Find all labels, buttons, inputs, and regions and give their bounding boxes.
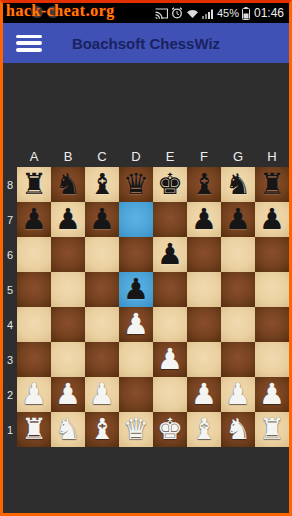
square-a7[interactable]: ♟ (17, 202, 51, 237)
square-g7[interactable]: ♟ (221, 202, 255, 237)
page-title: Boachsoft ChessWiz (3, 35, 289, 52)
square-b4[interactable] (51, 307, 85, 342)
square-f4[interactable] (187, 307, 221, 342)
square-f6[interactable] (187, 237, 221, 272)
square-b1[interactable]: ♞ (51, 412, 85, 447)
piece-wN: ♞ (55, 415, 81, 444)
square-a8[interactable]: ♜ (17, 167, 51, 202)
square-f3[interactable] (187, 342, 221, 377)
piece-wN: ♞ (225, 415, 251, 444)
square-f8[interactable]: ♝ (187, 167, 221, 202)
square-b5[interactable] (51, 272, 85, 307)
square-h7[interactable]: ♟ (255, 202, 289, 237)
square-h1[interactable]: ♜ (255, 412, 289, 447)
piece-wP: ♟ (21, 380, 47, 409)
wifi-icon (186, 8, 199, 19)
square-h6[interactable] (255, 237, 289, 272)
piece-wQ: ♛ (123, 415, 149, 444)
square-g3[interactable] (221, 342, 255, 377)
square-c8[interactable]: ♝ (85, 167, 119, 202)
square-c7[interactable]: ♟ (85, 202, 119, 237)
square-b3[interactable] (51, 342, 85, 377)
square-c6[interactable] (85, 237, 119, 272)
rank-label-1: 1 (3, 412, 17, 447)
piece-bQ: ♛ (123, 170, 149, 199)
rank-label-8: 8 (3, 167, 17, 202)
app-bar: Boachsoft ChessWiz (3, 23, 289, 63)
file-label-c: C (85, 145, 119, 167)
piece-wR: ♜ (259, 415, 285, 444)
piece-wB: ♝ (89, 415, 115, 444)
square-d5[interactable]: ♟ (119, 272, 153, 307)
square-b6[interactable] (51, 237, 85, 272)
square-d6[interactable] (119, 237, 153, 272)
piece-bN: ♞ (55, 170, 81, 199)
piece-wP: ♟ (89, 380, 115, 409)
square-h8[interactable]: ♜ (255, 167, 289, 202)
rank-label-3: 3 (3, 342, 17, 377)
square-b7[interactable]: ♟ (51, 202, 85, 237)
board-corner (3, 145, 17, 167)
piece-bR: ♜ (259, 170, 285, 199)
piece-wP: ♟ (55, 380, 81, 409)
square-d3[interactable] (119, 342, 153, 377)
piece-bN: ♞ (225, 170, 251, 199)
piece-bP: ♟ (225, 205, 251, 234)
chess-board: ABCDEFGH8♜♞♝♛♚♝♞♜7♟♟♟♟♟♟6♟5♟4♟3♟2♟♟♟♟♟♟1… (3, 145, 289, 447)
piece-bP: ♟ (157, 240, 183, 269)
piece-bP: ♟ (21, 205, 47, 234)
piece-bB: ♝ (191, 170, 217, 199)
file-label-h: H (255, 145, 289, 167)
square-e4[interactable] (153, 307, 187, 342)
file-label-f: F (187, 145, 221, 167)
square-h4[interactable] (255, 307, 289, 342)
square-b2[interactable]: ♟ (51, 377, 85, 412)
piece-wK: ♚ (157, 415, 183, 444)
piece-wB: ♝ (191, 415, 217, 444)
square-g2[interactable]: ♟ (221, 377, 255, 412)
square-c4[interactable] (85, 307, 119, 342)
square-g4[interactable] (221, 307, 255, 342)
square-a6[interactable] (17, 237, 51, 272)
signal-icon (202, 8, 214, 19)
piece-wP: ♟ (191, 380, 217, 409)
rank-label-6: 6 (3, 237, 17, 272)
square-c2[interactable]: ♟ (85, 377, 119, 412)
square-e6[interactable]: ♟ (153, 237, 187, 272)
status-bar: hack-cheat.org 45% 01:46 (3, 3, 289, 23)
square-f2[interactable]: ♟ (187, 377, 221, 412)
clock-text: 01:46 (254, 6, 284, 20)
piece-bK: ♚ (157, 170, 183, 199)
square-c3[interactable] (85, 342, 119, 377)
spacer (3, 63, 289, 145)
square-g5[interactable] (221, 272, 255, 307)
piece-bP: ♟ (191, 205, 217, 234)
piece-wR: ♜ (21, 415, 47, 444)
piece-bP: ♟ (123, 275, 149, 304)
square-e8[interactable]: ♚ (153, 167, 187, 202)
piece-bB: ♝ (89, 170, 115, 199)
square-f5[interactable] (187, 272, 221, 307)
square-f7[interactable]: ♟ (187, 202, 221, 237)
rank-label-4: 4 (3, 307, 17, 342)
alarm-icon (171, 7, 183, 19)
square-c1[interactable]: ♝ (85, 412, 119, 447)
square-a3[interactable] (17, 342, 51, 377)
piece-bR: ♜ (21, 170, 47, 199)
square-d1[interactable]: ♛ (119, 412, 153, 447)
piece-bP: ♟ (89, 205, 115, 234)
square-g6[interactable] (221, 237, 255, 272)
square-f1[interactable]: ♝ (187, 412, 221, 447)
file-label-a: A (17, 145, 51, 167)
file-label-b: B (51, 145, 85, 167)
square-b8[interactable]: ♞ (51, 167, 85, 202)
square-h2[interactable]: ♟ (255, 377, 289, 412)
rank-label-2: 2 (3, 377, 17, 412)
square-a4[interactable] (17, 307, 51, 342)
piece-wP: ♟ (225, 380, 251, 409)
square-d4[interactable]: ♟ (119, 307, 153, 342)
square-d8[interactable]: ♛ (119, 167, 153, 202)
square-g1[interactable]: ♞ (221, 412, 255, 447)
phone-screen: hack-cheat.org 45% 01:46 Boachsoft Chess… (0, 0, 292, 516)
piece-bP: ♟ (259, 205, 285, 234)
piece-wP: ♟ (123, 310, 149, 339)
square-e7[interactable] (153, 202, 187, 237)
square-g8[interactable]: ♞ (221, 167, 255, 202)
square-a1[interactable]: ♜ (17, 412, 51, 447)
square-c5[interactable] (85, 272, 119, 307)
square-e3[interactable]: ♟ (153, 342, 187, 377)
square-e2[interactable] (153, 377, 187, 412)
piece-wP: ♟ (259, 380, 285, 409)
square-h5[interactable] (255, 272, 289, 307)
file-label-g: G (221, 145, 255, 167)
square-e1[interactable]: ♚ (153, 412, 187, 447)
battery-icon (242, 7, 250, 20)
square-a2[interactable]: ♟ (17, 377, 51, 412)
play-area: ABCDEFGH8♜♞♝♛♚♝♞♜7♟♟♟♟♟♟6♟5♟4♟3♟2♟♟♟♟♟♟1… (3, 63, 289, 513)
square-d2[interactable] (119, 377, 153, 412)
watermark-text: hack-cheat.org (6, 2, 115, 20)
file-label-e: E (153, 145, 187, 167)
cast-icon (155, 8, 168, 19)
rank-label-7: 7 (3, 202, 17, 237)
piece-wP: ♟ (157, 345, 183, 374)
rank-label-5: 5 (3, 272, 17, 307)
file-label-d: D (119, 145, 153, 167)
square-h3[interactable] (255, 342, 289, 377)
square-a5[interactable] (17, 272, 51, 307)
square-d7[interactable] (119, 202, 153, 237)
square-e5[interactable] (153, 272, 187, 307)
battery-percent: 45% (217, 7, 239, 19)
piece-bP: ♟ (55, 205, 81, 234)
